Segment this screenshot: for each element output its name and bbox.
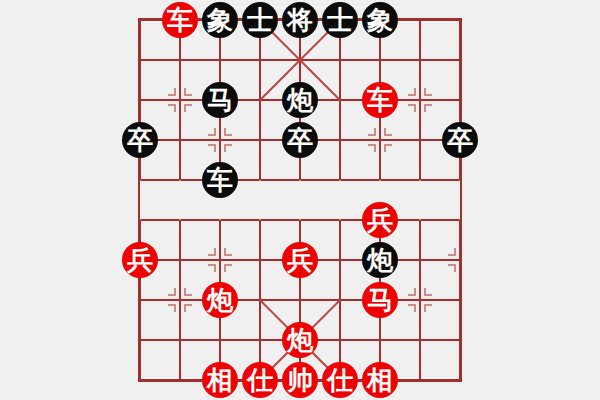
black-cannon[interactable]: 炮 (362, 242, 398, 278)
marker-bracket (408, 288, 416, 296)
marker-bracket (448, 264, 456, 272)
marker-bracket (408, 88, 416, 96)
black-soldier[interactable]: 卒 (282, 122, 318, 158)
red-general[interactable]: 帅 (282, 362, 318, 398)
marker-bracket (224, 248, 232, 256)
marker-bracket (224, 144, 232, 152)
marker-bracket (208, 248, 216, 256)
marker-bracket (168, 288, 176, 296)
marker-bracket (168, 88, 176, 96)
marker-bracket (208, 144, 216, 152)
red-cannon[interactable]: 炮 (202, 282, 238, 318)
red-advisor[interactable]: 仕 (322, 362, 358, 398)
river-cell (140, 180, 180, 220)
red-elephant[interactable]: 相 (202, 362, 238, 398)
marker-bracket (368, 128, 376, 136)
black-advisor[interactable]: 士 (242, 2, 278, 38)
river-cell (300, 180, 340, 220)
marker-bracket (424, 104, 432, 112)
canvas: 车象士将士象马炮车卒卒卒车兵兵兵炮炮马炮相仕帅仕相 (0, 0, 600, 400)
marker-bracket (184, 288, 192, 296)
marker-bracket (424, 304, 432, 312)
marker-bracket (208, 128, 216, 136)
red-chariot[interactable]: 车 (362, 82, 398, 118)
black-elephant[interactable]: 象 (202, 2, 238, 38)
red-soldier[interactable]: 兵 (282, 242, 318, 278)
marker-bracket (408, 104, 416, 112)
marker-bracket (448, 248, 456, 256)
black-general[interactable]: 将 (282, 2, 318, 38)
red-advisor[interactable]: 仕 (242, 362, 278, 398)
river-cell (260, 180, 300, 220)
river-cell (420, 180, 460, 220)
red-chariot[interactable]: 车 (162, 2, 198, 38)
marker-bracket (368, 144, 376, 152)
marker-bracket (184, 88, 192, 96)
black-soldier[interactable]: 卒 (122, 122, 158, 158)
red-cannon[interactable]: 炮 (282, 322, 318, 358)
black-cannon[interactable]: 炮 (282, 82, 318, 118)
board-cell (420, 20, 460, 60)
marker-bracket (224, 264, 232, 272)
black-soldier[interactable]: 卒 (442, 122, 478, 158)
board-cell (420, 340, 460, 380)
marker-bracket (424, 288, 432, 296)
marker-bracket (224, 128, 232, 136)
board-cell (140, 340, 180, 380)
black-chariot[interactable]: 车 (202, 162, 238, 198)
red-soldier[interactable]: 兵 (122, 242, 158, 278)
marker-bracket (424, 88, 432, 96)
marker-bracket (184, 304, 192, 312)
red-soldier[interactable]: 兵 (362, 202, 398, 238)
marker-bracket (168, 104, 176, 112)
marker-bracket (168, 304, 176, 312)
red-horse[interactable]: 马 (362, 282, 398, 318)
marker-bracket (208, 264, 216, 272)
marker-bracket (408, 304, 416, 312)
marker-bracket (184, 104, 192, 112)
red-elephant[interactable]: 相 (362, 362, 398, 398)
black-advisor[interactable]: 士 (322, 2, 358, 38)
marker-bracket (384, 144, 392, 152)
black-horse[interactable]: 马 (202, 82, 238, 118)
marker-bracket (384, 128, 392, 136)
black-elephant[interactable]: 象 (362, 2, 398, 38)
